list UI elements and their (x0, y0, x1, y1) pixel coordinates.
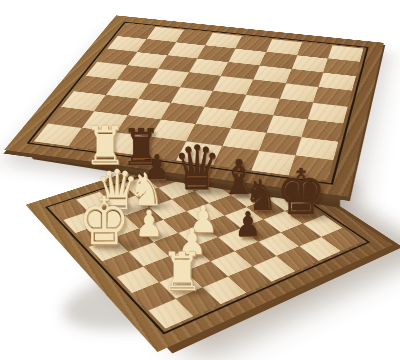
chess-set-photo: ♜♜♟♛♛♞♝♞♚♚♟♟♟♟♜ (0, 0, 400, 360)
back-folding-board (4, 15, 384, 196)
back-square-r7c7 (289, 156, 333, 181)
back-board-grid (34, 24, 364, 181)
